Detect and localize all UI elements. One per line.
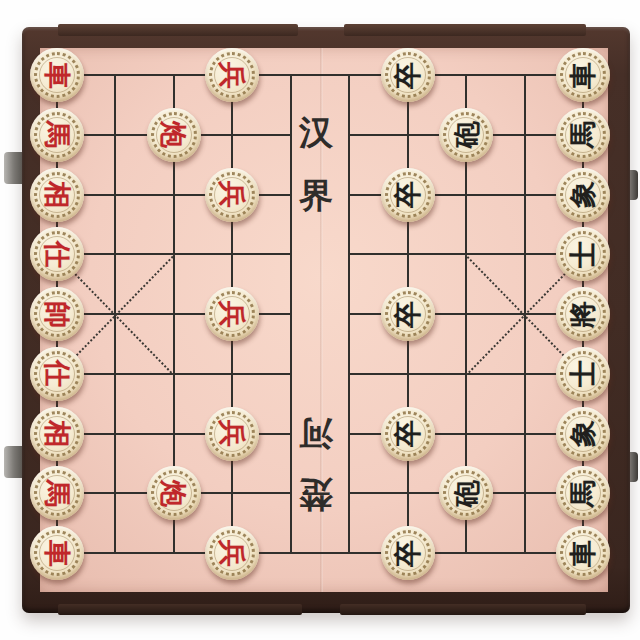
piece-character: 砲 <box>453 480 480 507</box>
piece-character: 帥 <box>44 301 71 328</box>
piece-character: 相 <box>44 420 71 447</box>
piece-black-soldier[interactable]: 卒 <box>381 287 435 341</box>
piece-black-cannon[interactable]: 砲 <box>439 466 493 520</box>
piece-character: 士 <box>569 360 596 387</box>
piece-black-advisor[interactable]: 士 <box>556 227 610 281</box>
piece-character: 馬 <box>569 121 596 148</box>
piece-character: 相 <box>44 181 71 208</box>
piece-red-general[interactable]: 帥 <box>30 287 84 341</box>
piece-character: 炮 <box>160 121 187 148</box>
piece-black-elephant[interactable]: 象 <box>556 407 610 461</box>
piece-character: 馬 <box>569 480 596 507</box>
piece-character: 士 <box>569 241 596 268</box>
piece-red-advisor[interactable]: 仕 <box>30 347 84 401</box>
river-label-jie: 界 <box>299 173 333 219</box>
piece-red-soldier[interactable]: 兵 <box>205 526 259 580</box>
piece-red-elephant[interactable]: 相 <box>30 168 84 222</box>
piece-red-advisor[interactable]: 仕 <box>30 227 84 281</box>
piece-character: 象 <box>569 181 596 208</box>
xiangqi-board-photo: 汉 界 河 楚 車馬相仕帥仕相馬車炮炮兵兵兵兵兵卒卒卒卒卒砲砲車馬象士將士象馬車 <box>0 0 640 640</box>
piece-black-soldier[interactable]: 卒 <box>381 168 435 222</box>
piece-character: 車 <box>44 62 71 89</box>
piece-character: 卒 <box>394 301 421 328</box>
piece-character: 馬 <box>44 480 71 507</box>
piece-character: 砲 <box>453 121 480 148</box>
piece-red-soldier[interactable]: 兵 <box>205 48 259 102</box>
piece-black-cannon[interactable]: 砲 <box>439 108 493 162</box>
piece-red-elephant[interactable]: 相 <box>30 407 84 461</box>
piece-character: 卒 <box>394 62 421 89</box>
piece-red-chariot[interactable]: 車 <box>30 48 84 102</box>
piece-red-cannon[interactable]: 炮 <box>147 466 201 520</box>
piece-black-soldier[interactable]: 卒 <box>381 48 435 102</box>
piece-black-horse[interactable]: 馬 <box>556 108 610 162</box>
river-label-chu: 楚 <box>299 471 333 517</box>
piece-character: 車 <box>44 540 71 567</box>
piece-black-soldier[interactable]: 卒 <box>381 407 435 461</box>
piece-character: 兵 <box>219 62 246 89</box>
piece-black-advisor[interactable]: 士 <box>556 347 610 401</box>
piece-character: 象 <box>569 420 596 447</box>
piece-character: 卒 <box>394 540 421 567</box>
xiangqi-grid-and-pieces: 汉 界 河 楚 車馬相仕帥仕相馬車炮炮兵兵兵兵兵卒卒卒卒卒砲砲車馬象士將士象馬車 <box>0 0 640 640</box>
piece-character: 卒 <box>394 181 421 208</box>
piece-black-horse[interactable]: 馬 <box>556 466 610 520</box>
river-label-han: 汉 <box>299 110 333 156</box>
piece-red-horse[interactable]: 馬 <box>30 466 84 520</box>
piece-character: 仕 <box>44 360 71 387</box>
piece-red-chariot[interactable]: 車 <box>30 526 84 580</box>
piece-black-chariot[interactable]: 車 <box>556 48 610 102</box>
piece-red-soldier[interactable]: 兵 <box>205 287 259 341</box>
piece-character: 兵 <box>219 181 246 208</box>
piece-character: 將 <box>569 301 596 328</box>
piece-character: 仕 <box>44 241 71 268</box>
grid-line <box>57 552 583 554</box>
piece-character: 兵 <box>219 420 246 447</box>
piece-character: 炮 <box>160 480 187 507</box>
piece-character: 卒 <box>394 420 421 447</box>
piece-red-cannon[interactable]: 炮 <box>147 108 201 162</box>
piece-character: 馬 <box>44 121 71 148</box>
piece-character: 兵 <box>219 540 246 567</box>
piece-red-soldier[interactable]: 兵 <box>205 168 259 222</box>
piece-red-soldier[interactable]: 兵 <box>205 407 259 461</box>
piece-black-chariot[interactable]: 車 <box>556 526 610 580</box>
piece-character: 車 <box>569 62 596 89</box>
river-label-he: 河 <box>299 410 333 456</box>
piece-red-horse[interactable]: 馬 <box>30 108 84 162</box>
grid-line <box>57 74 583 76</box>
piece-character: 兵 <box>219 301 246 328</box>
piece-character: 車 <box>569 540 596 567</box>
piece-black-soldier[interactable]: 卒 <box>381 526 435 580</box>
piece-black-elephant[interactable]: 象 <box>556 168 610 222</box>
piece-black-general[interactable]: 將 <box>556 287 610 341</box>
